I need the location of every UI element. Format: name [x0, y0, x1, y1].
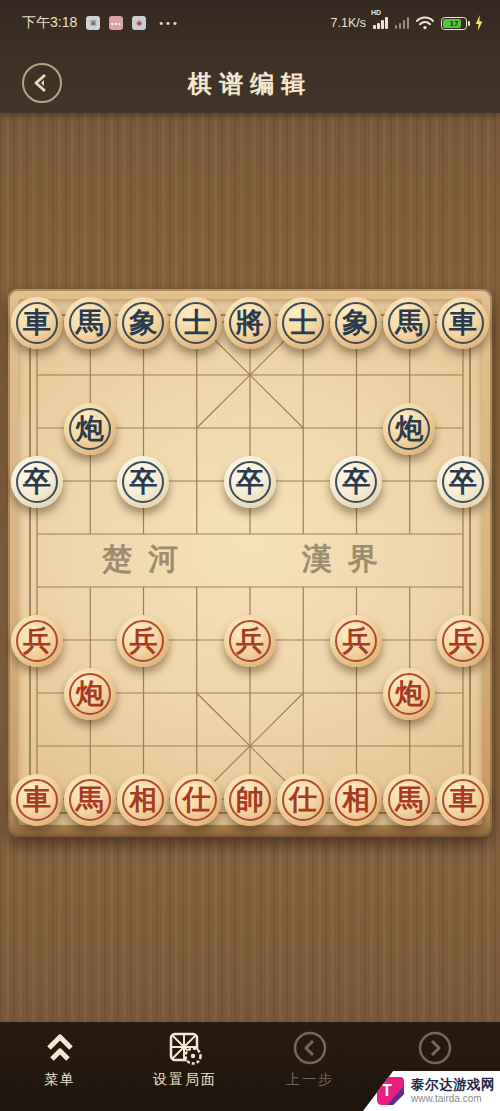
- piece-glyph: 炮: [395, 680, 423, 708]
- piece-glyph: 相: [342, 786, 370, 814]
- page-title: 棋谱编辑: [0, 68, 500, 100]
- clock: 下午3:18: [22, 14, 77, 32]
- red-piece-c[interactable]: 炮: [64, 668, 116, 720]
- piece-glyph: 士: [182, 309, 210, 337]
- piece-glyph: 將: [236, 309, 264, 337]
- black-piece-n[interactable]: 馬: [383, 297, 435, 349]
- back-button[interactable]: [22, 63, 62, 103]
- red-piece-c[interactable]: 炮: [383, 668, 435, 720]
- battery-level: 17: [450, 19, 459, 28]
- piece-glyph: 馬: [395, 309, 423, 337]
- red-piece-b[interactable]: 相: [330, 774, 382, 826]
- battery-icon: 17: [441, 17, 467, 30]
- piece-glyph: 馬: [76, 309, 104, 337]
- setup-position-button[interactable]: 设置局面: [130, 1030, 240, 1089]
- cell-signal2-icon: [395, 17, 410, 29]
- piece-glyph: 仕: [289, 786, 317, 814]
- piece-glyph: 兵: [236, 627, 264, 655]
- red-piece-p[interactable]: 兵: [330, 615, 382, 667]
- red-piece-b[interactable]: 相: [117, 774, 169, 826]
- piece-glyph: 炮: [76, 680, 104, 708]
- watermark-site-name: 泰尔达游戏网: [411, 1077, 495, 1093]
- app-screen: 下午3:18 ▣ ••• ◉ ••• 7.1K/s HD: [0, 0, 500, 1111]
- watermark-url: www.tairda.com: [411, 1093, 495, 1105]
- piece-glyph: 兵: [342, 627, 370, 655]
- piece-glyph: 卒: [236, 468, 264, 496]
- circle-chevron-right-icon: [417, 1030, 453, 1066]
- piece-glyph: 炮: [76, 415, 104, 443]
- network-speed: 7.1K/s: [331, 16, 366, 30]
- red-piece-r[interactable]: 車: [437, 774, 489, 826]
- black-piece-k[interactable]: 將: [224, 297, 276, 349]
- black-piece-p[interactable]: 卒: [437, 456, 489, 508]
- title-bar: 棋谱编辑: [0, 58, 500, 110]
- piece-glyph: 車: [23, 309, 51, 337]
- piece-glyph: 象: [129, 309, 157, 337]
- piece-glyph: 相: [129, 786, 157, 814]
- piece-glyph: 象: [342, 309, 370, 337]
- red-piece-p[interactable]: 兵: [117, 615, 169, 667]
- black-piece-p[interactable]: 卒: [330, 456, 382, 508]
- notification-app-icon: ▣: [86, 16, 100, 30]
- previous-step-button[interactable]: 上一步: [255, 1030, 365, 1089]
- piece-glyph: 卒: [129, 468, 157, 496]
- piece-glyph: 兵: [129, 627, 157, 655]
- red-piece-a[interactable]: 仕: [170, 774, 222, 826]
- red-piece-p[interactable]: 兵: [11, 615, 63, 667]
- piece-glyph: 士: [289, 309, 317, 337]
- top-band: 下午3:18 ▣ ••• ◉ ••• 7.1K/s HD: [0, 0, 500, 113]
- red-piece-p[interactable]: 兵: [224, 615, 276, 667]
- wifi-icon: [416, 16, 434, 30]
- black-piece-r[interactable]: 車: [11, 297, 63, 349]
- black-piece-a[interactable]: 士: [170, 297, 222, 349]
- message-app-icon: •••: [109, 16, 123, 30]
- hd-badge: HD: [371, 9, 381, 16]
- black-piece-b[interactable]: 象: [330, 297, 382, 349]
- red-piece-n[interactable]: 馬: [383, 774, 435, 826]
- status-bar: 下午3:18 ▣ ••• ◉ ••• 7.1K/s HD: [0, 10, 500, 36]
- piece-glyph: 仕: [182, 786, 210, 814]
- black-piece-p[interactable]: 卒: [117, 456, 169, 508]
- circle-chevron-left-icon: [292, 1030, 328, 1066]
- piece-glyph: 炮: [395, 415, 423, 443]
- menu-chevrons-up-icon: [43, 1030, 77, 1066]
- black-piece-n[interactable]: 馬: [64, 297, 116, 349]
- red-piece-r[interactable]: 車: [11, 774, 63, 826]
- piece-glyph: 卒: [23, 468, 51, 496]
- black-piece-a[interactable]: 士: [277, 297, 329, 349]
- menu-button[interactable]: 菜单: [5, 1030, 115, 1089]
- piece-glyph: 兵: [449, 627, 477, 655]
- piece-glyph: 車: [23, 786, 51, 814]
- black-piece-p[interactable]: 卒: [224, 456, 276, 508]
- piece-glyph: 馬: [395, 786, 423, 814]
- red-piece-p[interactable]: 兵: [437, 615, 489, 667]
- charging-bolt-icon: [474, 15, 484, 31]
- red-piece-a[interactable]: 仕: [277, 774, 329, 826]
- more-notifications-icon: •••: [159, 17, 180, 29]
- black-piece-r[interactable]: 車: [437, 297, 489, 349]
- piece-glyph: 車: [449, 309, 477, 337]
- piece-glyph: 車: [449, 786, 477, 814]
- record-app-icon: ◉: [132, 16, 146, 30]
- xiangqi-board: 楚河 漢界 車馬象士將士象馬車炮炮卒卒卒卒卒兵兵兵兵兵炮炮車馬相仕帥仕相馬車: [8, 289, 492, 837]
- black-piece-p[interactable]: 卒: [11, 456, 63, 508]
- piece-glyph: 卒: [449, 468, 477, 496]
- black-piece-c[interactable]: 炮: [383, 403, 435, 455]
- piece-glyph: 帥: [236, 786, 264, 814]
- next-step-button[interactable]: [380, 1030, 490, 1071]
- red-piece-n[interactable]: 馬: [64, 774, 116, 826]
- piece-glyph: 卒: [342, 468, 370, 496]
- cell-signal-icon: HD: [373, 17, 388, 29]
- board-grid[interactable]: 車馬象士將士象馬車炮炮卒卒卒卒卒兵兵兵兵兵炮炮車馬相仕帥仕相馬車: [10, 296, 489, 826]
- back-arrow-icon: [32, 73, 52, 93]
- red-piece-k[interactable]: 帥: [224, 774, 276, 826]
- piece-glyph: 兵: [23, 627, 51, 655]
- setup-board-gear-icon: [168, 1030, 202, 1066]
- black-piece-c[interactable]: 炮: [64, 403, 116, 455]
- piece-glyph: 馬: [76, 786, 104, 814]
- black-piece-b[interactable]: 象: [117, 297, 169, 349]
